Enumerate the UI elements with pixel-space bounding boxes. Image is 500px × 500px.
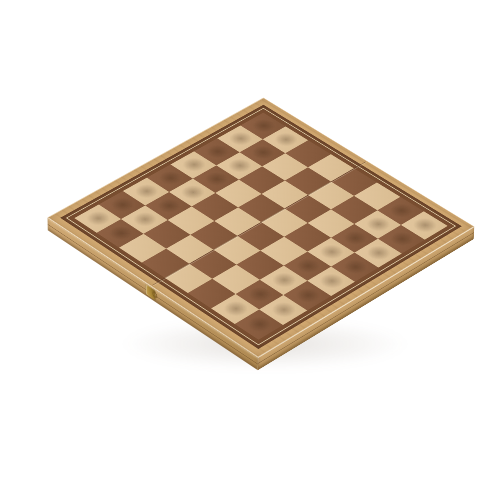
product-photo: ♜♞♝♛♚♝♞♜♟♟♟♟♟♟♟♟♟♟♟♟♟♟♟♟♜♞♝♛♚♝♞♜	[0, 0, 500, 500]
chess-board: ♜♞♝♛♚♝♞♜♟♟♟♟♟♟♟♟♟♟♟♟♟♟♟♟♜♞♝♛♚♝♞♜	[48, 98, 475, 358]
rook-icon: ♜	[241, 287, 278, 328]
pawn-icon: ♟	[105, 203, 135, 236]
